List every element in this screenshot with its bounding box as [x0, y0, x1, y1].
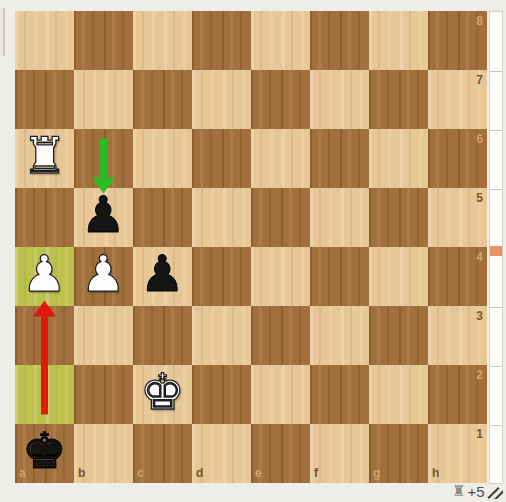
square-b8[interactable]: [74, 11, 133, 70]
square-b2[interactable]: [74, 365, 133, 424]
left-panel-edge: [0, 8, 5, 56]
eval-gauge-zero-tick: [490, 246, 502, 256]
square-a4[interactable]: ♟: [15, 247, 74, 306]
eval-gauge-tick: [490, 366, 502, 367]
square-e8[interactable]: [251, 11, 310, 70]
eval-gauge: [489, 11, 503, 484]
square-d5[interactable]: [192, 188, 251, 247]
eval-gauge-tick: [490, 307, 502, 308]
black-pawn-c4[interactable]: ♟: [140, 245, 185, 304]
square-b1[interactable]: [74, 424, 133, 483]
square-a8[interactable]: [15, 11, 74, 70]
rook-icon: ♜: [452, 482, 465, 500]
square-a3[interactable]: [15, 306, 74, 365]
chess-board[interactable]: ♜♟♟♟♟♚♚abcdefgh87654321: [15, 11, 487, 483]
black-pawn-b5[interactable]: ♟: [81, 186, 126, 245]
eval-gauge-tick: [490, 425, 502, 426]
square-b4[interactable]: ♟: [74, 247, 133, 306]
square-d3[interactable]: [192, 306, 251, 365]
white-pawn-b4[interactable]: ♟: [81, 245, 126, 304]
square-g6[interactable]: [369, 129, 428, 188]
square-e6[interactable]: [251, 129, 310, 188]
board-resize-handle[interactable]: [487, 483, 503, 499]
square-a1[interactable]: ♚: [15, 424, 74, 483]
square-c4[interactable]: ♟: [133, 247, 192, 306]
square-f5[interactable]: [310, 188, 369, 247]
square-f4[interactable]: [310, 247, 369, 306]
square-f8[interactable]: [310, 11, 369, 70]
square-e2[interactable]: [251, 365, 310, 424]
square-h5[interactable]: [428, 188, 487, 247]
square-g1[interactable]: [369, 424, 428, 483]
square-a2[interactable]: [15, 365, 74, 424]
square-h3[interactable]: [428, 306, 487, 365]
eval-gauge-tick: [490, 71, 502, 72]
square-c5[interactable]: [133, 188, 192, 247]
eval-gauge-tick: [490, 130, 502, 131]
square-e4[interactable]: [251, 247, 310, 306]
square-c8[interactable]: [133, 11, 192, 70]
material-advantage-label: +5: [467, 483, 484, 500]
square-e1[interactable]: [251, 424, 310, 483]
eval-gauge-tick: [490, 189, 502, 190]
white-pawn-a4[interactable]: ♟: [22, 245, 67, 304]
square-d6[interactable]: [192, 129, 251, 188]
square-f2[interactable]: [310, 365, 369, 424]
square-e7[interactable]: [251, 70, 310, 129]
square-a7[interactable]: [15, 70, 74, 129]
square-f1[interactable]: [310, 424, 369, 483]
analysis-board-page: ♜♟♟♟♟♚♚abcdefgh87654321 ♜ +5: [0, 0, 506, 502]
square-d4[interactable]: [192, 247, 251, 306]
square-h2[interactable]: [428, 365, 487, 424]
square-b6[interactable]: [74, 129, 133, 188]
square-f3[interactable]: [310, 306, 369, 365]
square-h4[interactable]: [428, 247, 487, 306]
square-f6[interactable]: [310, 129, 369, 188]
square-c6[interactable]: [133, 129, 192, 188]
material-advantage: ♜ +5: [452, 482, 485, 500]
square-d1[interactable]: [192, 424, 251, 483]
square-b7[interactable]: [74, 70, 133, 129]
square-g8[interactable]: [369, 11, 428, 70]
square-g4[interactable]: [369, 247, 428, 306]
square-c2[interactable]: ♚: [133, 365, 192, 424]
square-g5[interactable]: [369, 188, 428, 247]
white-king-c2[interactable]: ♚: [140, 363, 185, 422]
white-rook-a6[interactable]: ♜: [22, 127, 67, 186]
square-b5[interactable]: ♟: [74, 188, 133, 247]
black-king-a1[interactable]: ♚: [22, 422, 67, 481]
square-f7[interactable]: [310, 70, 369, 129]
square-c1[interactable]: [133, 424, 192, 483]
square-a6[interactable]: ♜: [15, 129, 74, 188]
square-a5[interactable]: [15, 188, 74, 247]
square-d7[interactable]: [192, 70, 251, 129]
square-h8[interactable]: [428, 11, 487, 70]
square-h7[interactable]: [428, 70, 487, 129]
square-g3[interactable]: [369, 306, 428, 365]
square-b3[interactable]: [74, 306, 133, 365]
square-h6[interactable]: [428, 129, 487, 188]
square-e5[interactable]: [251, 188, 310, 247]
square-e3[interactable]: [251, 306, 310, 365]
square-h1[interactable]: [428, 424, 487, 483]
square-g7[interactable]: [369, 70, 428, 129]
square-c7[interactable]: [133, 70, 192, 129]
square-d8[interactable]: [192, 11, 251, 70]
square-g2[interactable]: [369, 365, 428, 424]
square-d2[interactable]: [192, 365, 251, 424]
square-c3[interactable]: [133, 306, 192, 365]
